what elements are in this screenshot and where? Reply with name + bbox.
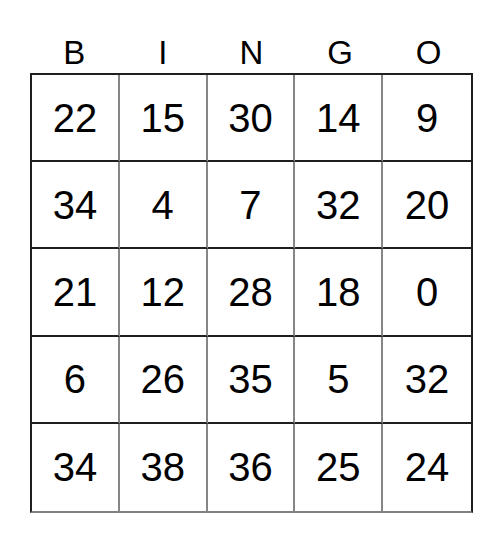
bingo-cell-r1c1[interactable]: 22 [32, 75, 120, 162]
bingo-cell-r5c1[interactable]: 34 [32, 424, 120, 511]
bingo-cell-r1c2[interactable]: 15 [120, 75, 208, 162]
bingo-cell-r4c2[interactable]: 26 [120, 337, 208, 424]
bingo-card: B I N G O 22 15 30 14 9 34 4 7 32 20 21 … [0, 0, 500, 544]
bingo-cell-r5c5[interactable]: 24 [383, 424, 471, 511]
column-letter-b: B [30, 0, 119, 73]
bingo-cell-r5c2[interactable]: 38 [120, 424, 208, 511]
bingo-cell-r2c3[interactable]: 7 [208, 162, 296, 249]
bingo-cell-r2c1[interactable]: 34 [32, 162, 120, 249]
bingo-cell-r2c5[interactable]: 20 [383, 162, 471, 249]
bingo-grid: 22 15 30 14 9 34 4 7 32 20 21 12 28 18 0… [30, 73, 473, 513]
bingo-cell-r5c4[interactable]: 25 [295, 424, 383, 511]
bingo-cell-r3c1[interactable]: 21 [32, 249, 120, 336]
bingo-cell-r4c1[interactable]: 6 [32, 337, 120, 424]
bingo-header-row: B I N G O [30, 0, 473, 73]
bingo-cell-r3c4[interactable]: 18 [295, 249, 383, 336]
column-letter-n: N [207, 0, 296, 73]
bingo-cell-r2c2[interactable]: 4 [120, 162, 208, 249]
bingo-cell-r4c5[interactable]: 32 [383, 337, 471, 424]
bingo-cell-r1c3[interactable]: 30 [208, 75, 296, 162]
bingo-cell-r4c4[interactable]: 5 [295, 337, 383, 424]
bingo-cell-r5c3[interactable]: 36 [208, 424, 296, 511]
bingo-cell-r1c4[interactable]: 14 [295, 75, 383, 162]
bingo-cell-r4c3[interactable]: 35 [208, 337, 296, 424]
bingo-cell-r3c2[interactable]: 12 [120, 249, 208, 336]
bingo-cell-r1c5[interactable]: 9 [383, 75, 471, 162]
column-letter-i: I [119, 0, 208, 73]
column-letter-g: G [296, 0, 385, 73]
bingo-cell-r3c3[interactable]: 28 [208, 249, 296, 336]
bingo-cell-r2c4[interactable]: 32 [295, 162, 383, 249]
bingo-cell-r3c5[interactable]: 0 [383, 249, 471, 336]
column-letter-o: O [384, 0, 473, 73]
